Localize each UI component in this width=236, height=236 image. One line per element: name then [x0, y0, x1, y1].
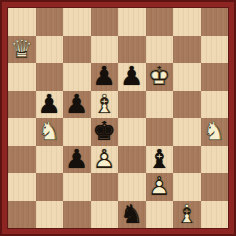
- piece-black-knight-e1: ♞: [118, 201, 146, 229]
- square-d8[interactable]: [91, 8, 119, 36]
- piece-white-pawn-f2: ♟♙: [146, 173, 174, 201]
- square-f7[interactable]: [146, 36, 174, 64]
- square-e2[interactable]: [118, 173, 146, 201]
- piece-black-pawn-c5: ♟: [63, 91, 91, 119]
- square-f6[interactable]: ♚♔: [146, 63, 174, 91]
- square-d2[interactable]: [91, 173, 119, 201]
- square-g2[interactable]: [173, 173, 201, 201]
- piece-black-pawn-e6: ♟: [118, 63, 146, 91]
- square-b3[interactable]: [36, 146, 64, 174]
- square-e4[interactable]: [118, 118, 146, 146]
- square-g3[interactable]: [173, 146, 201, 174]
- square-a2[interactable]: [8, 173, 36, 201]
- piece-white-bishop-d5: ♝♗: [91, 91, 119, 119]
- square-e1[interactable]: ♞: [118, 201, 146, 229]
- square-b8[interactable]: [36, 8, 64, 36]
- square-h1[interactable]: [201, 201, 229, 229]
- square-h5[interactable]: [201, 91, 229, 119]
- square-a7[interactable]: ♛♕: [8, 36, 36, 64]
- piece-white-king-f6: ♚♔: [146, 63, 174, 91]
- square-c8[interactable]: [63, 8, 91, 36]
- piece-white-bishop-g1: ♝♗: [173, 201, 201, 229]
- square-h4[interactable]: ♞♘: [201, 118, 229, 146]
- square-c4[interactable]: [63, 118, 91, 146]
- square-f3[interactable]: ♝: [146, 146, 174, 174]
- square-d3[interactable]: ♟♙: [91, 146, 119, 174]
- square-g6[interactable]: [173, 63, 201, 91]
- square-c3[interactable]: ♟: [63, 146, 91, 174]
- square-f2[interactable]: ♟♙: [146, 173, 174, 201]
- square-e8[interactable]: [118, 8, 146, 36]
- square-g5[interactable]: [173, 91, 201, 119]
- square-g8[interactable]: [173, 8, 201, 36]
- square-h6[interactable]: [201, 63, 229, 91]
- square-a8[interactable]: [8, 8, 36, 36]
- piece-black-pawn-d6: ♟: [91, 63, 119, 91]
- square-e3[interactable]: [118, 146, 146, 174]
- square-d4[interactable]: ♚: [91, 118, 119, 146]
- chess-board: ♛♕♟♟♚♔♟♟♝♗♞♘♚♞♘♟♟♙♝♟♙♞♝♗: [8, 8, 228, 228]
- square-d1[interactable]: [91, 201, 119, 229]
- square-a6[interactable]: [8, 63, 36, 91]
- square-d7[interactable]: [91, 36, 119, 64]
- square-f1[interactable]: [146, 201, 174, 229]
- square-h7[interactable]: [201, 36, 229, 64]
- square-f8[interactable]: [146, 8, 174, 36]
- square-b2[interactable]: [36, 173, 64, 201]
- piece-white-queen-a7: ♛♕: [8, 36, 36, 64]
- square-g4[interactable]: [173, 118, 201, 146]
- square-f4[interactable]: [146, 118, 174, 146]
- square-a5[interactable]: [8, 91, 36, 119]
- square-d5[interactable]: ♝♗: [91, 91, 119, 119]
- piece-black-pawn-c3: ♟: [63, 146, 91, 174]
- piece-black-bishop-f3: ♝: [146, 146, 174, 174]
- square-a4[interactable]: [8, 118, 36, 146]
- square-e7[interactable]: [118, 36, 146, 64]
- piece-white-knight-h4: ♞♘: [201, 118, 229, 146]
- square-f5[interactable]: [146, 91, 174, 119]
- piece-white-knight-b4: ♞♘: [36, 118, 64, 146]
- square-c7[interactable]: [63, 36, 91, 64]
- square-h2[interactable]: [201, 173, 229, 201]
- square-c5[interactable]: ♟: [63, 91, 91, 119]
- square-b4[interactable]: ♞♘: [36, 118, 64, 146]
- square-g7[interactable]: [173, 36, 201, 64]
- square-b5[interactable]: ♟: [36, 91, 64, 119]
- square-c1[interactable]: [63, 201, 91, 229]
- square-h8[interactable]: [201, 8, 229, 36]
- square-b7[interactable]: [36, 36, 64, 64]
- square-e5[interactable]: [118, 91, 146, 119]
- square-b6[interactable]: [36, 63, 64, 91]
- square-a1[interactable]: [8, 201, 36, 229]
- square-a3[interactable]: [8, 146, 36, 174]
- piece-black-pawn-b5: ♟: [36, 91, 64, 119]
- square-g1[interactable]: ♝♗: [173, 201, 201, 229]
- square-b1[interactable]: [36, 201, 64, 229]
- square-h3[interactable]: [201, 146, 229, 174]
- square-c2[interactable]: [63, 173, 91, 201]
- piece-black-king-d4: ♚: [91, 118, 119, 146]
- square-e6[interactable]: ♟: [118, 63, 146, 91]
- square-d6[interactable]: ♟: [91, 63, 119, 91]
- square-c6[interactable]: [63, 63, 91, 91]
- piece-white-pawn-d3: ♟♙: [91, 146, 119, 174]
- board-frame: ♛♕♟♟♚♔♟♟♝♗♞♘♚♞♘♟♟♙♝♟♙♞♝♗: [0, 0, 236, 236]
